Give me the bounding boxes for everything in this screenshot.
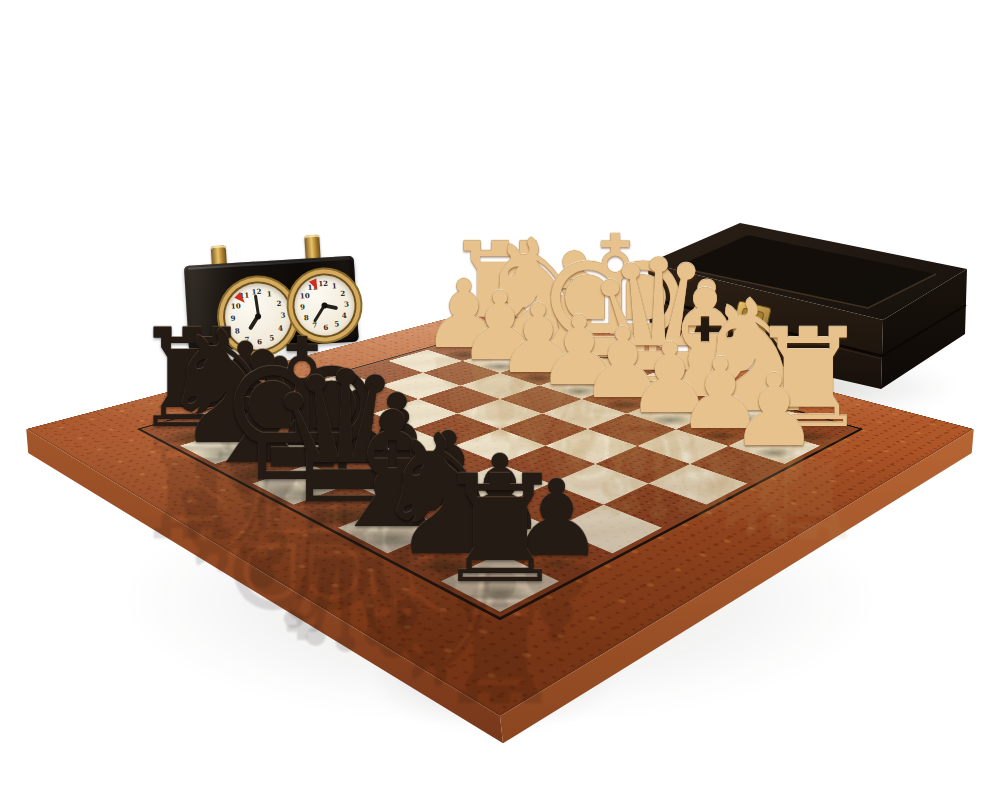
product-photo-stage: 123456789101112 123456789101112 xyxy=(0,0,1000,800)
black-rook[interactable]: ♜ xyxy=(389,456,611,604)
white-pawn[interactable]: ♟ xyxy=(700,361,849,461)
piece-layer: ♜♜♞♞♝♝♚♚♛♛♝♝♞♞♜♜♟♟♟♟♟♟♟♟♟♟♟♟♟♟♟♟♟♟♟♟♟♟♟♟… xyxy=(0,0,1000,800)
